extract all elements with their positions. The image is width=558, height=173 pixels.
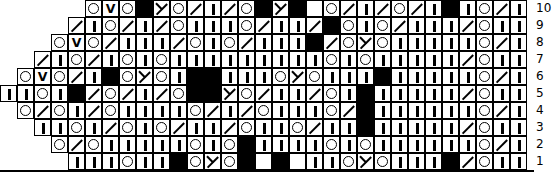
row-number-label: 7 [536,51,558,68]
knit-bar-icon [433,157,436,168]
knit-bar-icon [331,157,334,168]
knit-bar-icon [59,89,62,100]
cell-slip-stitch: V [34,68,51,85]
cell-yarn-over [476,0,493,17]
knit-bar-icon [314,140,317,151]
yarn-over-icon [88,139,100,151]
knit-bar-icon [450,106,453,117]
yarn-over-icon [190,105,202,117]
cell-knit [510,136,527,153]
knit-bar-icon [467,106,470,117]
cell-k2tog [119,17,136,34]
cell-knit [272,136,289,153]
cell-knit [408,102,425,119]
cell-knit [493,153,510,170]
knit-bar-icon [263,72,266,83]
knit-bar-icon [280,21,283,32]
yarn-over-icon [173,20,185,32]
knit-bar-icon [280,38,283,49]
cell-knit [425,0,442,17]
knit-bar-icon [450,55,453,66]
knit-bar-icon [348,123,351,134]
knit-bar-icon [416,55,419,66]
cell-yarn-over [221,34,238,51]
cell-no-stitch [255,0,272,17]
knit-bar-icon [382,106,385,117]
k2tog-slash-icon [309,20,321,32]
yarn-over-icon [377,156,389,168]
yarn-over-icon [241,3,253,15]
cell-k2tog [493,68,510,85]
cell-knit [374,85,391,102]
yarn-over-icon [326,88,338,100]
cell-knit [425,119,442,136]
cell-knit [272,51,289,68]
cell-no-stitch [374,68,391,85]
k2tog-slash-icon [105,122,117,134]
cell-knit [340,51,357,68]
cell-knit [442,102,459,119]
k2tog-slash-icon [122,88,134,100]
yarn-over-icon [479,105,491,117]
knit-bar-icon [518,157,521,168]
cell-k2tog [340,0,357,17]
k2tog-slash-icon [496,105,508,117]
cell-knit [408,153,425,170]
cell-yarn-over [68,51,85,68]
cell-yarn-over [357,136,374,153]
knit-bar-icon [314,157,317,168]
cell-yarn-over [323,51,340,68]
k2tog-slash-icon [71,139,83,151]
cell-knit [493,17,510,34]
cell-yarn-over [119,68,136,85]
yarn-over-icon [377,37,389,49]
cell-knit [204,51,221,68]
cell-knit [408,34,425,51]
yarn-over-icon [71,122,83,134]
cell-yarn-over [374,34,391,51]
cell-knit [102,153,119,170]
knit-bar-icon [348,89,351,100]
knit-bar-icon [280,55,283,66]
knit-bar-icon [144,89,147,100]
cell-yarn-over [476,17,493,34]
cell-knit [340,119,357,136]
cell-knit [408,119,425,136]
knit-bar-icon [280,123,283,134]
yarn-over-icon [173,88,185,100]
knit-bar-icon [59,123,62,134]
cell-no-stitch [357,85,374,102]
cell-knit [459,136,476,153]
knit-bar-icon [501,157,504,168]
cell-blank [306,0,323,17]
cell-yarn-over [476,68,493,85]
cell-k2tog [221,119,238,136]
cell-k2tog [68,136,85,153]
cell-knit [221,17,238,34]
cell-no-stitch [187,85,204,102]
knit-bar-icon [76,106,79,117]
knit-bar-icon [110,140,113,151]
yarn-over-icon [479,122,491,134]
cell-knit [102,136,119,153]
knit-bar-icon [195,123,198,134]
cell-knit [425,136,442,153]
cell-yarn-over [102,85,119,102]
cell-knit [442,51,459,68]
k2tog-slash-icon [241,37,253,49]
yarn-over-icon [54,105,66,117]
knit-bar-icon [59,55,62,66]
yarn-over-icon [343,37,355,49]
cell-no-stitch [102,68,119,85]
cell-knit [136,102,153,119]
cell-yarn-over [238,85,255,102]
knit-bar-icon [501,89,504,100]
cell-knit [153,153,170,170]
cell-yarn-over [187,153,204,170]
k2tog-slash-icon [496,37,508,49]
cell-knit [408,85,425,102]
cell-k2tog [68,68,85,85]
cell-knit [425,17,442,34]
knit-bar-icon [382,89,385,100]
k2tog-slash-icon [105,37,117,49]
cell-knit [238,68,255,85]
cell-yarn-over [170,0,187,17]
knit-bar-icon [127,106,130,117]
cell-knit [408,17,425,34]
yarn-over-icon [275,71,287,83]
knit-bar-icon [433,106,436,117]
cell-blank [289,153,306,170]
yarn-over-icon [479,156,491,168]
cell-knit [323,153,340,170]
knit-bar-icon [501,21,504,32]
cell-knit [34,119,51,136]
knit-bar-icon [93,157,96,168]
yarn-over-icon [122,3,134,15]
knit-bar-icon [212,21,215,32]
knit-bar-icon [144,157,147,168]
knit-bar-icon [416,123,419,134]
cell-knit [85,119,102,136]
knit-bar-icon [263,123,266,134]
cell-k2tog [255,17,272,34]
cell-no-stitch [238,136,255,153]
cell-k2tog [238,34,255,51]
cell-knit [272,119,289,136]
cell-k2tog [187,0,204,17]
k2tog-slash-icon [496,71,508,83]
knit-bar-icon [161,140,164,151]
cell-no-stitch [442,0,459,17]
knit-bar-icon [348,72,351,83]
cell-k2tog [170,119,187,136]
row-number-label: 6 [536,68,558,85]
yarn-over-icon [479,54,491,66]
cell-knit [391,136,408,153]
cell-knit [510,0,527,17]
knit-bar-icon [416,21,419,32]
knit-bar-icon [399,106,402,117]
cell-knit [85,153,102,170]
cell-yarn-over [391,0,408,17]
cell-knit [68,153,85,170]
cell-knit [459,34,476,51]
yarn-over-icon [190,156,202,168]
cell-yarn-over [323,136,340,153]
k2tog-slash-icon [309,122,321,134]
cell-knit [204,0,221,17]
cell-knit [357,68,374,85]
yarn-over-icon [122,122,134,134]
cell-k2tog [34,102,51,119]
yarn-over-icon [224,37,236,49]
cell-knit [289,51,306,68]
cell-yarn-over [68,119,85,136]
cell-yarn-over [221,153,238,170]
cell-yarn-over [153,119,170,136]
cell-yarn-over [17,102,34,119]
cell-k2tog [459,17,476,34]
knit-bar-icon [467,4,470,15]
k2tog-slash-icon [496,139,508,151]
cell-yarn-over [119,0,136,17]
knit-bar-icon [42,123,45,134]
knit-bar-icon [229,72,232,83]
cell-yarn-over [340,34,357,51]
knit-bar-icon [399,140,402,151]
row-number-label: 9 [536,17,558,34]
yarn-over-icon [88,37,100,49]
cell-k2tog [170,34,187,51]
cell-knit [493,119,510,136]
cell-yarn-over [238,0,255,17]
knit-bar-icon [365,4,368,15]
yarn-over-icon [88,3,100,15]
slip-stitch-v-icon: V [35,69,50,84]
cell-knit [51,119,68,136]
cell-knit [442,17,459,34]
cell-k2tog [85,51,102,68]
yarn-over-icon [37,88,49,100]
cell-knit [425,85,442,102]
cell-knit [221,51,238,68]
k2tog-slash-icon [37,105,49,117]
cell-knit [306,153,323,170]
cell-knit [357,17,374,34]
knit-bar-icon [518,21,521,32]
cell-knit [255,51,272,68]
knit-bar-icon [76,157,79,168]
cell-yarn-over [238,17,255,34]
cell-yarn-over [170,17,187,34]
knit-bar-icon [416,140,419,151]
cell-knit [119,34,136,51]
row-number-label: 3 [536,119,558,136]
cell-sl1-k2tog-psso [289,68,306,85]
knit-bar-icon [518,89,521,100]
cell-yarn-over [102,102,119,119]
cell-yarn-over [476,119,493,136]
row-number-label: 2 [536,136,558,153]
cell-k2tog [306,85,323,102]
knit-bar-icon [382,123,385,134]
knit-bar-icon [467,72,470,83]
cell-yarn-over [374,17,391,34]
knit-bar-icon [399,157,402,168]
k2tog-slash-icon [326,37,338,49]
k2tog-slash-icon [258,20,270,32]
cell-knit [374,102,391,119]
cell-knit [0,85,17,102]
cell-knit [85,68,102,85]
knit-bar-icon [229,106,232,117]
cell-no-stitch [272,153,289,170]
cell-knit [459,102,476,119]
k2tog-slash-icon [462,20,474,32]
cell-k2tog [459,153,476,170]
cell-yarn-over [340,153,357,170]
knit-bar-icon [178,106,181,117]
cell-knit [510,51,527,68]
cell-knit [493,51,510,68]
knit-bar-icon [195,21,198,32]
cell-yarn-over [374,153,391,170]
knit-bar-icon [144,106,147,117]
knit-bar-icon [212,38,215,49]
k2tog-slash-icon [462,54,474,66]
cell-yarn-over [85,34,102,51]
cell-knit [340,85,357,102]
cell-k2tog [340,102,357,119]
cell-k2tog [204,102,221,119]
cell-k2tog [459,119,476,136]
cell-knit [391,34,408,51]
knit-bar-icon [93,72,96,83]
cell-knit [425,153,442,170]
cell-knit [510,102,527,119]
yarn-over-icon [122,156,134,168]
knit-bar-icon [25,89,28,100]
knit-bar-icon [127,38,130,49]
cell-no-stitch [323,17,340,34]
yarn-over-icon [105,105,117,117]
k2tog-slash-icon [88,54,100,66]
knit-bar-icon [178,72,181,83]
knit-bar-icon [161,157,164,168]
chart-bottom-border [0,170,534,173]
yarn-over-icon [343,156,355,168]
k2tog-slash-icon [462,88,474,100]
row-number-label: 1 [536,153,558,170]
cell-blank [255,153,272,170]
cell-yarn-over [51,34,68,51]
knit-bar-icon [314,55,317,66]
cell-knit [391,51,408,68]
k2tog-slash-icon [37,54,49,66]
cell-knit [459,68,476,85]
yarn-over-icon [479,37,491,49]
cell-knit [289,102,306,119]
cell-knit [442,34,459,51]
knit-bar-icon [450,72,453,83]
knit-bar-icon [450,123,453,134]
cell-knit [272,17,289,34]
cell-knit [442,68,459,85]
cell-no-stitch [68,85,85,102]
cell-k2tog [238,102,255,119]
cell-knit [272,85,289,102]
knit-bar-icon [297,106,300,117]
cell-knit [510,17,527,34]
cell-sl1-k2tog-psso [204,153,221,170]
knit-bar-icon [110,157,113,168]
cell-knit [85,17,102,34]
yarn-over-icon [54,71,66,83]
cell-knit [136,136,153,153]
k2tog-slash-icon [224,3,236,15]
cell-yarn-over [34,85,51,102]
cell-knit [204,17,221,34]
k2tog-slash-icon [343,105,355,117]
cell-knit [136,153,153,170]
cell-knit [340,68,357,85]
cell-knit [493,85,510,102]
cell-slip-stitch: V [102,0,119,17]
cell-yarn-over [272,68,289,85]
knit-bar-icon [399,89,402,100]
knit-bar-icon [161,38,164,49]
cell-knit [391,85,408,102]
knit-bar-icon [144,21,147,32]
yarn-over-icon [156,71,168,83]
cell-yarn-over [119,119,136,136]
yarn-over-icon [54,37,66,49]
knit-bar-icon [93,123,96,134]
cell-k2tog [306,119,323,136]
cell-knit [408,51,425,68]
cell-knit [459,0,476,17]
cell-no-stitch [357,102,374,119]
cell-knit [170,136,187,153]
yarn-over-icon [20,71,32,83]
cell-k2tog [306,17,323,34]
yarn-over-icon [190,37,202,49]
cell-knit [153,34,170,51]
knit-bar-icon [518,72,521,83]
cell-knit [119,136,136,153]
knit-bar-icon [348,140,351,151]
cell-knit [170,68,187,85]
cell-yarn-over [153,51,170,68]
cell-knit [391,68,408,85]
cell-sl1-k2tog-psso [272,0,289,17]
cell-knit [408,136,425,153]
knit-bar-icon [518,140,521,151]
cell-knit [425,34,442,51]
k2tog-slash-icon [309,88,321,100]
knit-bar-icon [195,55,198,66]
yarn-over-icon [326,139,338,151]
cell-sl1-k2tog-psso [357,153,374,170]
cell-knit [391,119,408,136]
cell-knit [289,34,306,51]
cell-knit [204,136,221,153]
